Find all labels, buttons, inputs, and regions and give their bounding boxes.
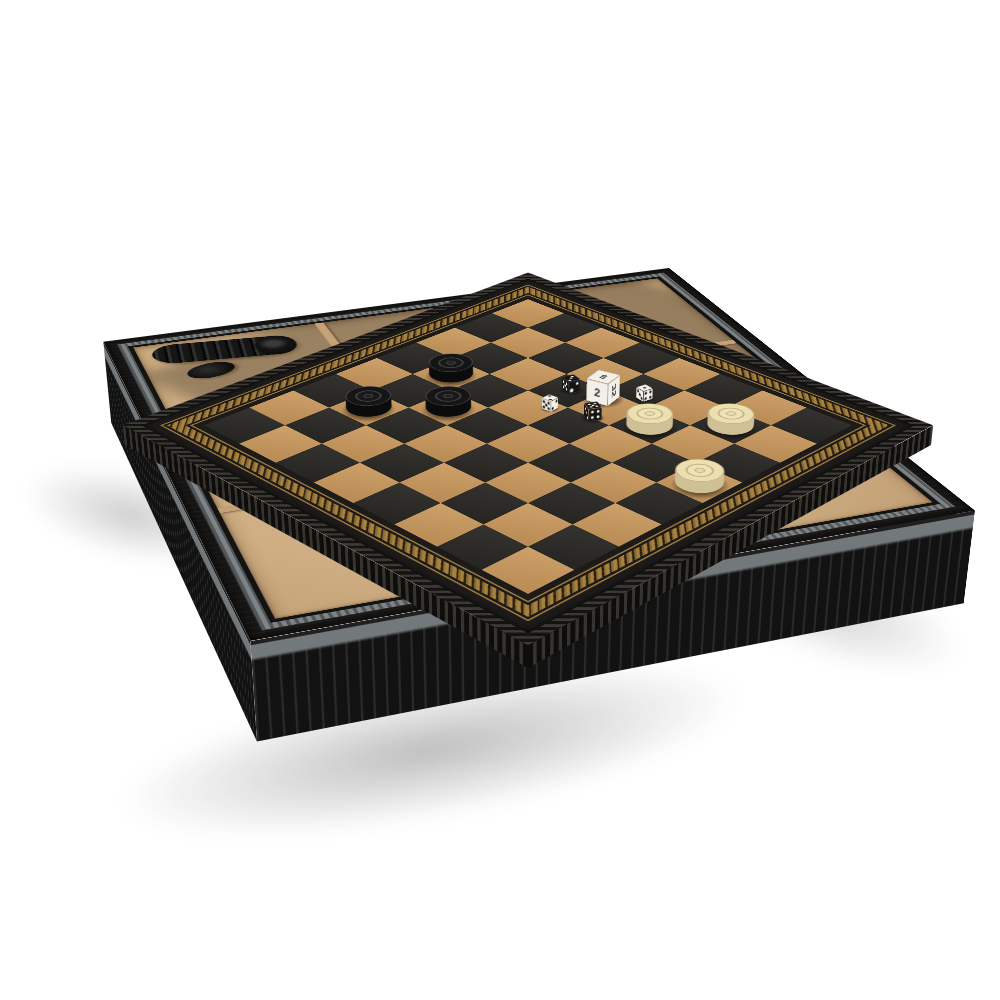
die-pip <box>649 395 651 398</box>
product-photo-scene: 8232 <box>0 0 1000 1000</box>
die-pip <box>566 382 568 386</box>
die-pip <box>591 411 594 414</box>
die-pip <box>547 402 549 405</box>
die-pip <box>576 382 579 386</box>
die-pip <box>596 415 599 418</box>
die-pip <box>596 410 599 413</box>
die-pip <box>643 387 647 389</box>
die-pip <box>566 387 568 391</box>
black-die[interactable] <box>584 408 602 416</box>
die-pip <box>552 406 554 410</box>
black-die[interactable] <box>562 380 581 388</box>
die-pip <box>590 416 593 419</box>
die-pip <box>570 389 573 393</box>
die-pip <box>645 397 647 400</box>
die-pip <box>641 397 643 401</box>
die-pip <box>547 407 549 410</box>
die-pip <box>645 392 647 395</box>
die-pip <box>548 395 552 397</box>
black-die-face <box>588 407 602 421</box>
white-die[interactable] <box>542 399 559 406</box>
white-die[interactable] <box>636 390 653 397</box>
doubling-cube[interactable]: 8232 <box>586 381 619 395</box>
die-pip <box>649 391 651 394</box>
die-pip <box>543 405 545 408</box>
die-pip <box>555 400 557 404</box>
